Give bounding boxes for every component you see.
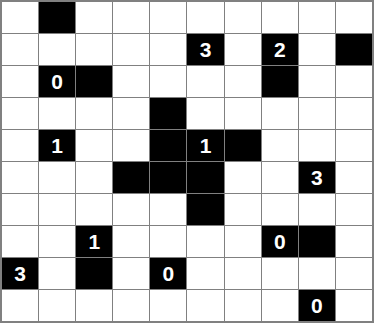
cell-r8c2-wall [76,258,112,289]
cell-r1c6[interactable] [225,34,261,65]
cell-r0c8[interactable] [299,2,335,33]
cell-r4c9[interactable] [336,130,372,161]
cell-r0c2[interactable] [76,2,112,33]
cell-r0c4[interactable] [150,2,186,33]
cell-r9c3[interactable] [113,290,149,321]
cell-r7c3[interactable] [113,226,149,257]
cell-r8c0-wall-clue: 3 [2,258,38,289]
cell-r2c8[interactable] [299,66,335,97]
cell-r6c9[interactable] [336,194,372,225]
cell-r2c1-wall-clue: 0 [39,66,75,97]
cell-r0c3[interactable] [113,2,149,33]
clue-number: 1 [88,231,100,252]
clue-number: 1 [51,135,63,156]
cell-r2c6[interactable] [225,66,261,97]
cell-r3c5[interactable] [187,98,223,129]
cell-r3c1[interactable] [39,98,75,129]
cell-r9c0[interactable] [2,290,38,321]
cell-r5c2[interactable] [76,162,112,193]
cell-r7c0[interactable] [2,226,38,257]
cell-r6c2[interactable] [76,194,112,225]
cell-r3c4-wall [150,98,186,129]
clue-number: 0 [51,71,63,92]
cell-r2c3[interactable] [113,66,149,97]
cell-r8c4-wall-clue: 0 [150,258,186,289]
clue-number: 1 [200,135,212,156]
cell-r7c7-wall-clue: 0 [262,226,298,257]
cell-r6c1[interactable] [39,194,75,225]
cell-r1c8[interactable] [299,34,335,65]
cell-r2c5[interactable] [187,66,223,97]
cell-r1c0[interactable] [2,34,38,65]
cell-r4c1-wall-clue: 1 [39,130,75,161]
cell-r3c2[interactable] [76,98,112,129]
cell-r8c6[interactable] [225,258,261,289]
cell-r9c7[interactable] [262,290,298,321]
cell-r9c4[interactable] [150,290,186,321]
cell-r6c6[interactable] [225,194,261,225]
cell-r3c6[interactable] [225,98,261,129]
cell-r0c9[interactable] [336,2,372,33]
cell-r4c3[interactable] [113,130,149,161]
cell-r1c7-wall-clue: 2 [262,34,298,65]
cell-r2c2-wall [76,66,112,97]
cell-r6c3[interactable] [113,194,149,225]
cell-r5c8-wall-clue: 3 [299,162,335,193]
clue-number: 2 [274,39,286,60]
cell-r2c9[interactable] [336,66,372,97]
cell-r5c1[interactable] [39,162,75,193]
cell-r5c9[interactable] [336,162,372,193]
cell-r9c6[interactable] [225,290,261,321]
cell-r4c2[interactable] [76,130,112,161]
cell-r6c0[interactable] [2,194,38,225]
cell-r0c7[interactable] [262,2,298,33]
cell-r9c9[interactable] [336,290,372,321]
cell-r5c5-wall [187,162,223,193]
cell-r1c2[interactable] [76,34,112,65]
cell-r2c7-wall [262,66,298,97]
cell-r1c3[interactable] [113,34,149,65]
cell-r7c4[interactable] [150,226,186,257]
cell-r9c2[interactable] [76,290,112,321]
cell-r0c0[interactable] [2,2,38,33]
clue-number: 3 [14,263,26,284]
cell-r7c2-wall-clue: 1 [76,226,112,257]
cell-r7c8-wall [299,226,335,257]
cell-r5c0[interactable] [2,162,38,193]
cell-r0c6[interactable] [225,2,261,33]
cell-r6c7[interactable] [262,194,298,225]
cell-r6c5-wall [187,194,223,225]
cell-r3c8[interactable] [299,98,335,129]
cell-r3c7[interactable] [262,98,298,129]
clue-number: 0 [311,295,323,316]
puzzle-board: 32011310300 [0,0,374,323]
cell-r6c8[interactable] [299,194,335,225]
cell-r8c3[interactable] [113,258,149,289]
cell-r7c6[interactable] [225,226,261,257]
cell-r4c0[interactable] [2,130,38,161]
clue-number: 0 [163,263,175,284]
cell-r5c3-wall [113,162,149,193]
cell-r4c8[interactable] [299,130,335,161]
cell-r7c5[interactable] [187,226,223,257]
cell-r0c5[interactable] [187,2,223,33]
clue-number: 0 [274,231,286,252]
clue-number: 3 [200,39,212,60]
cell-r4c5-wall-clue: 1 [187,130,223,161]
cell-r1c4[interactable] [150,34,186,65]
cell-r2c0[interactable] [2,66,38,97]
cell-r8c5[interactable] [187,258,223,289]
cell-r0c1-wall [39,2,75,33]
cell-r7c9[interactable] [336,226,372,257]
cell-r4c4-wall [150,130,186,161]
cell-r8c8[interactable] [299,258,335,289]
clue-number: 3 [311,167,323,188]
cell-r7c1[interactable] [39,226,75,257]
cell-r8c9[interactable] [336,258,372,289]
cell-r5c6[interactable] [225,162,261,193]
cell-r3c3[interactable] [113,98,149,129]
cell-r3c9[interactable] [336,98,372,129]
cell-r2c4[interactable] [150,66,186,97]
cell-r1c9-wall [336,34,372,65]
cell-r3c0[interactable] [2,98,38,129]
cell-r9c5[interactable] [187,290,223,321]
cell-r8c1[interactable] [39,258,75,289]
cell-r1c5-wall-clue: 3 [187,34,223,65]
cell-r4c7[interactable] [262,130,298,161]
cell-r5c4-wall [150,162,186,193]
cell-r9c1[interactable] [39,290,75,321]
cell-r4c6-wall [225,130,261,161]
cell-r5c7[interactable] [262,162,298,193]
cell-r8c7[interactable] [262,258,298,289]
cell-r9c8-wall-clue: 0 [299,290,335,321]
cell-r1c1[interactable] [39,34,75,65]
cell-r6c4[interactable] [150,194,186,225]
